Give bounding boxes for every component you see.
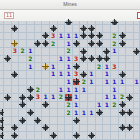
mine-icon bbox=[43, 33, 48, 38]
cell-r9c13[interactable] bbox=[96, 86, 104, 94]
cell-r15c2[interactable] bbox=[12, 132, 20, 140]
cell-number: 2 bbox=[120, 94, 124, 100]
cell-r8c16[interactable]: 1 bbox=[119, 79, 127, 87]
cell-r14c6[interactable] bbox=[42, 125, 50, 133]
cell-r5c17[interactable] bbox=[126, 56, 134, 64]
cell-number: 2 bbox=[59, 94, 63, 100]
cell-number: 2 bbox=[66, 110, 70, 116]
cell-r6c2[interactable] bbox=[12, 63, 20, 71]
cell-r12c18[interactable] bbox=[134, 109, 140, 117]
cell-r14c8[interactable] bbox=[58, 125, 66, 133]
cell-r12c11[interactable]: 1 bbox=[80, 109, 88, 117]
mine-icon bbox=[35, 118, 40, 123]
mine-icon bbox=[0, 110, 3, 115]
cell-number: 1 bbox=[74, 94, 78, 100]
cell-r13c6[interactable] bbox=[42, 117, 50, 125]
cell-r15c18[interactable] bbox=[134, 132, 140, 140]
cell-r5c18[interactable] bbox=[134, 56, 140, 64]
cell-r6c3[interactable] bbox=[19, 63, 27, 71]
cell-r13c2[interactable] bbox=[12, 117, 20, 125]
cell-r15c14[interactable] bbox=[103, 132, 111, 140]
cell-r12c13[interactable] bbox=[96, 109, 104, 117]
cell-number: 2 bbox=[112, 102, 116, 108]
cell-number: 1 bbox=[105, 79, 109, 85]
minesweeper-board[interactable]: 3111221232121211311121311131112111112111… bbox=[0, 21, 140, 140]
cell-r12c1[interactable] bbox=[4, 109, 12, 117]
mine-icon bbox=[28, 87, 33, 92]
cell-r4c15[interactable]: 1 bbox=[111, 48, 119, 56]
cell-r13c9[interactable] bbox=[65, 117, 73, 125]
cell-r8c3[interactable] bbox=[19, 79, 27, 87]
cell-r2c17[interactable] bbox=[126, 33, 134, 41]
cell-number: 3 bbox=[36, 94, 40, 100]
cell-r4c14[interactable] bbox=[103, 48, 111, 56]
cell-r9c18[interactable] bbox=[134, 86, 140, 94]
cell-r9c12[interactable] bbox=[88, 86, 96, 94]
cell-r1c1[interactable] bbox=[4, 25, 12, 33]
cell-r13c4[interactable] bbox=[27, 117, 35, 125]
cell-number: 3 bbox=[74, 71, 78, 77]
cell-r11c4[interactable] bbox=[27, 102, 35, 110]
cell-r11c7[interactable] bbox=[50, 102, 58, 110]
cell-number: 1 bbox=[112, 48, 116, 54]
cell-r15c5[interactable] bbox=[35, 132, 43, 140]
cell-r11c5[interactable] bbox=[35, 102, 43, 110]
cell-r7c1[interactable] bbox=[4, 71, 12, 79]
mine-icon bbox=[104, 49, 109, 54]
cell-number: 1 bbox=[66, 64, 70, 70]
cell-r5c5[interactable] bbox=[35, 56, 43, 64]
cell-r15c13[interactable] bbox=[96, 132, 104, 140]
mine-icon bbox=[89, 133, 94, 138]
cell-r12c12[interactable]: 1 bbox=[88, 109, 96, 117]
cell-r10c18[interactable] bbox=[134, 94, 140, 102]
mine-icon bbox=[97, 41, 102, 46]
cell-r8c7[interactable] bbox=[50, 79, 58, 87]
cell-r2c3[interactable] bbox=[19, 33, 27, 41]
mine-icon bbox=[97, 56, 102, 61]
cell-r3c16[interactable] bbox=[119, 40, 127, 48]
cell-r7c6[interactable] bbox=[42, 71, 50, 79]
cell-r14c1[interactable] bbox=[4, 125, 12, 133]
cell-number: 1 bbox=[66, 71, 70, 77]
cell-number: 1 bbox=[105, 71, 109, 77]
cell-r6c5[interactable] bbox=[35, 63, 43, 71]
cell-r13c14[interactable] bbox=[103, 117, 111, 125]
cell-r14c2[interactable] bbox=[12, 125, 20, 133]
cell-r13c11[interactable] bbox=[80, 117, 88, 125]
cell-r5c6[interactable] bbox=[42, 56, 50, 64]
cell-r1c18[interactable] bbox=[134, 25, 140, 33]
cell-number: 1 bbox=[66, 41, 70, 47]
cell-r8c4[interactable] bbox=[27, 79, 35, 87]
cell-r10c8[interactable]: 2 bbox=[58, 94, 66, 102]
cell-r12c4[interactable] bbox=[27, 109, 35, 117]
cell-r2c11[interactable] bbox=[80, 33, 88, 41]
mine-icon bbox=[89, 26, 94, 31]
cell-r2c8[interactable]: 1 bbox=[58, 33, 66, 41]
cell-r7c5[interactable] bbox=[35, 71, 43, 79]
cell-r4c11[interactable] bbox=[80, 48, 88, 56]
mine-icon bbox=[127, 95, 132, 100]
mine-icon bbox=[12, 72, 17, 77]
mine-icon bbox=[0, 125, 3, 130]
mine-icon bbox=[81, 56, 86, 61]
cell-r3c13[interactable] bbox=[96, 40, 104, 48]
cell-r8c12[interactable]: 1 bbox=[88, 79, 96, 87]
cell-r8c6[interactable] bbox=[42, 79, 50, 87]
cell-r6c1[interactable] bbox=[4, 63, 12, 71]
cell-r9c3[interactable] bbox=[19, 86, 27, 94]
cell-r2c16[interactable] bbox=[119, 33, 127, 41]
cell-r15c9[interactable] bbox=[65, 132, 73, 140]
cell-r11c13[interactable]: 1 bbox=[96, 102, 104, 110]
mine-icon bbox=[81, 33, 86, 38]
mine-icon bbox=[127, 110, 132, 115]
cell-r15c11[interactable] bbox=[80, 132, 88, 140]
mine-icon bbox=[74, 64, 79, 69]
cell-r4c12[interactable] bbox=[88, 48, 96, 56]
cell-r15c16[interactable] bbox=[119, 132, 127, 140]
cell-r13c18[interactable] bbox=[134, 117, 140, 125]
cell-r8c2[interactable] bbox=[12, 79, 20, 87]
cell-r13c7[interactable] bbox=[50, 117, 58, 125]
cell-r1c17[interactable] bbox=[126, 25, 134, 33]
cell-r8c1[interactable] bbox=[4, 79, 12, 87]
cell-r3c17[interactable] bbox=[126, 40, 134, 48]
cell-r2c10[interactable]: 1 bbox=[73, 33, 81, 41]
cell-r11c18[interactable] bbox=[134, 102, 140, 110]
mine-icon bbox=[81, 49, 86, 54]
mine-icon bbox=[120, 110, 125, 115]
cell-r2c4[interactable] bbox=[27, 33, 35, 41]
cell-r4c5[interactable] bbox=[35, 48, 43, 56]
mine-icon bbox=[35, 41, 40, 46]
cell-r2c18[interactable] bbox=[134, 33, 140, 41]
mine-icon bbox=[43, 102, 48, 107]
cell-r12c16[interactable] bbox=[119, 109, 127, 117]
cell-number: 1 bbox=[89, 71, 93, 77]
cell-r10c5[interactable]: 3 bbox=[35, 94, 43, 102]
cell-r8c17[interactable] bbox=[126, 79, 134, 87]
cell-number: 1 bbox=[74, 33, 78, 39]
cell-r13c1[interactable] bbox=[4, 117, 12, 125]
cell-r7c17[interactable] bbox=[126, 71, 134, 79]
cell-r13c12[interactable] bbox=[88, 117, 96, 125]
cell-r12c3[interactable] bbox=[19, 109, 27, 117]
cell-r1c2[interactable] bbox=[12, 25, 20, 33]
cell-number: 1 bbox=[51, 94, 55, 100]
cell-r15c8[interactable] bbox=[58, 132, 66, 140]
cell-number: 3 bbox=[74, 56, 78, 62]
cell-r15c10[interactable] bbox=[73, 132, 81, 140]
cell-number: 3 bbox=[51, 33, 55, 39]
cell-r12c8[interactable] bbox=[58, 109, 66, 117]
mine-icon bbox=[74, 41, 79, 46]
cell-r10c1[interactable] bbox=[4, 94, 12, 102]
mine-icon bbox=[0, 133, 3, 138]
cell-r10c17[interactable] bbox=[126, 94, 134, 102]
cell-number: 3 bbox=[13, 48, 17, 54]
cell-r13c13[interactable] bbox=[96, 117, 104, 125]
cell-r11c2[interactable] bbox=[12, 102, 20, 110]
cell-r10c6[interactable]: 1 bbox=[42, 94, 50, 102]
cell-r12c14[interactable] bbox=[103, 109, 111, 117]
cell-r6c16[interactable] bbox=[119, 63, 127, 71]
cell-r11c15[interactable]: 2 bbox=[111, 102, 119, 110]
cell-number: 1 bbox=[120, 79, 124, 85]
window-title: Mines bbox=[63, 0, 76, 9]
cell-r14c12[interactable] bbox=[88, 125, 96, 133]
cell-r4c6[interactable] bbox=[42, 48, 50, 56]
cell-r10c2[interactable] bbox=[12, 94, 20, 102]
cell-r10c7[interactable]: 1 bbox=[50, 94, 58, 102]
cell-r3c14[interactable] bbox=[103, 40, 111, 48]
cell-number: 3 bbox=[112, 64, 116, 70]
cell-number: 2 bbox=[112, 41, 116, 47]
cell-r4c16[interactable] bbox=[119, 48, 127, 56]
cell-r8c13[interactable] bbox=[96, 79, 104, 87]
cell-r13c15[interactable] bbox=[111, 117, 119, 125]
cell-r2c14[interactable] bbox=[103, 33, 111, 41]
cell-number: 1 bbox=[105, 102, 109, 108]
gold-mine-icon bbox=[12, 41, 17, 46]
cell-r14c16[interactable] bbox=[119, 125, 127, 133]
cell-r3c11[interactable] bbox=[80, 40, 88, 48]
cell-r14c9[interactable] bbox=[65, 125, 73, 133]
cell-r5c12[interactable] bbox=[88, 56, 96, 64]
mine-icon bbox=[89, 33, 94, 38]
mine-icon bbox=[12, 125, 17, 130]
cell-number: 1 bbox=[74, 110, 78, 116]
cell-r1c16[interactable] bbox=[119, 25, 127, 33]
cell-r1c14[interactable] bbox=[103, 25, 111, 33]
cell-r7c2[interactable] bbox=[12, 71, 20, 79]
cell-r12c2[interactable] bbox=[12, 109, 20, 117]
cell-r15c3[interactable] bbox=[19, 132, 27, 140]
cell-r14c13[interactable] bbox=[96, 125, 104, 133]
cell-r15c15[interactable] bbox=[111, 132, 119, 140]
cell-r14c3[interactable] bbox=[19, 125, 27, 133]
cell-r6c17[interactable] bbox=[126, 63, 134, 71]
cell-r7c8[interactable]: 1 bbox=[58, 71, 66, 79]
cell-number: 1 bbox=[134, 79, 138, 85]
cell-r2c6[interactable] bbox=[42, 33, 50, 41]
mine-icon bbox=[120, 33, 125, 38]
cell-r2c13[interactable] bbox=[96, 33, 104, 41]
cell-number: 1 bbox=[74, 87, 78, 93]
cell-number: 2 bbox=[66, 48, 70, 54]
cell-r5c8[interactable]: 1 bbox=[58, 56, 66, 64]
cell-r13c10[interactable] bbox=[73, 117, 81, 125]
cell-r14c4[interactable] bbox=[27, 125, 35, 133]
cell-r9c2[interactable] bbox=[12, 86, 20, 94]
cell-r12c7[interactable] bbox=[50, 109, 58, 117]
mine-icon bbox=[51, 26, 56, 31]
cell-r11c6[interactable] bbox=[42, 102, 50, 110]
cell-r12c10[interactable]: 1 bbox=[73, 109, 81, 117]
cell-r10c16[interactable]: 2 bbox=[119, 94, 127, 102]
cell-r1c4[interactable] bbox=[27, 25, 35, 33]
cell-r2c1[interactable] bbox=[4, 33, 12, 41]
cell-r13c17[interactable] bbox=[126, 117, 134, 125]
cell-r5c11[interactable] bbox=[80, 56, 88, 64]
cell-r9c1[interactable] bbox=[4, 86, 12, 94]
cell-number: 1 bbox=[28, 64, 32, 70]
cell-number: 2 bbox=[21, 48, 25, 54]
cell-r7c3[interactable] bbox=[19, 71, 27, 79]
mines-window: Mines 11 3111221232121211311121311131112… bbox=[0, 0, 140, 140]
cell-r6c13[interactable]: 2 bbox=[96, 63, 104, 71]
cell-number: 1 bbox=[89, 110, 93, 116]
cell-r12c17[interactable] bbox=[126, 109, 134, 117]
cell-r13c8[interactable] bbox=[58, 117, 66, 125]
cell-r3c18[interactable] bbox=[134, 40, 140, 48]
mine-icon bbox=[51, 133, 56, 138]
mine-counter: 11 bbox=[4, 12, 14, 19]
cell-r3c1[interactable] bbox=[4, 40, 12, 48]
cell-r1c12[interactable] bbox=[88, 25, 96, 33]
cell-r4c18[interactable] bbox=[134, 48, 140, 56]
mine-icon bbox=[89, 41, 94, 46]
cell-r11c3[interactable] bbox=[19, 102, 27, 110]
cell-r12c9[interactable]: 2 bbox=[65, 109, 73, 117]
cell-r4c1[interactable] bbox=[4, 48, 12, 56]
cell-r3c5[interactable] bbox=[35, 40, 43, 48]
cell-r11c14[interactable]: 1 bbox=[103, 102, 111, 110]
mine-icon bbox=[120, 102, 125, 107]
cell-r1c3[interactable] bbox=[19, 25, 27, 33]
mine-icon bbox=[127, 125, 132, 130]
cell-r1c6[interactable] bbox=[42, 25, 50, 33]
cell-r11c1[interactable] bbox=[4, 102, 12, 110]
cell-r6c15[interactable]: 3 bbox=[111, 63, 119, 71]
cell-r15c12[interactable] bbox=[88, 132, 96, 140]
cell-r14c14[interactable] bbox=[103, 125, 111, 133]
cell-r10c4[interactable] bbox=[27, 94, 35, 102]
cell-number: 1 bbox=[105, 64, 109, 70]
cell-r9c9[interactable]: 1 bbox=[65, 86, 73, 94]
cell-r11c17[interactable] bbox=[126, 102, 134, 110]
cell-r11c8[interactable] bbox=[58, 102, 66, 110]
cell-r4c13[interactable] bbox=[96, 48, 104, 56]
cell-r15c1[interactable] bbox=[4, 132, 12, 140]
cell-r5c1[interactable] bbox=[4, 56, 12, 64]
cell-r2c5[interactable] bbox=[35, 33, 43, 41]
cell-r5c2[interactable] bbox=[12, 56, 20, 64]
cell-r15c7[interactable] bbox=[50, 132, 58, 140]
cell-r12c6[interactable] bbox=[42, 109, 50, 117]
cell-r1c5[interactable] bbox=[35, 25, 43, 33]
cell-number: 1 bbox=[59, 56, 63, 62]
mine-icon bbox=[43, 41, 48, 46]
cell-number: 1 bbox=[112, 79, 116, 85]
cell-r5c16[interactable] bbox=[119, 56, 127, 64]
mine-icon bbox=[28, 110, 33, 115]
cell-r13c16[interactable] bbox=[119, 117, 127, 125]
cell-r3c8[interactable] bbox=[58, 40, 66, 48]
mine-icon bbox=[28, 95, 33, 100]
cell-r14c11[interactable] bbox=[80, 125, 88, 133]
cell-r12c5[interactable] bbox=[35, 109, 43, 117]
cell-r4c3[interactable]: 2 bbox=[19, 48, 27, 56]
mine-icon bbox=[20, 118, 25, 123]
cell-r8c14[interactable]: 1 bbox=[103, 79, 111, 87]
cell-number: 1 bbox=[59, 33, 63, 39]
cell-r14c10[interactable] bbox=[73, 125, 81, 133]
mine-icon bbox=[81, 72, 86, 77]
cell-number: 2 bbox=[28, 56, 32, 62]
cell-r7c7[interactable]: 1 bbox=[50, 71, 58, 79]
cell-r11c16[interactable] bbox=[119, 102, 127, 110]
cell-r6c11[interactable] bbox=[80, 63, 88, 71]
cell-r2c2[interactable] bbox=[12, 33, 20, 41]
cell-r4c7[interactable] bbox=[50, 48, 58, 56]
cell-r3c10[interactable] bbox=[73, 40, 81, 48]
mine-icon bbox=[20, 102, 25, 107]
cell-number: 1 bbox=[82, 110, 86, 116]
cell-r3c7[interactable]: 2 bbox=[50, 40, 58, 48]
cell-r6c4[interactable]: 1 bbox=[27, 63, 35, 71]
cell-r10c11[interactable] bbox=[80, 94, 88, 102]
cell-r13c5[interactable] bbox=[35, 117, 43, 125]
cell-number: 1 bbox=[74, 102, 78, 108]
mine-icon bbox=[134, 49, 139, 54]
cell-r7c4[interactable] bbox=[27, 71, 35, 79]
cell-number: 2 bbox=[97, 64, 101, 70]
cell-r15c6[interactable] bbox=[42, 132, 50, 140]
cell-r7c10[interactable]: 3 bbox=[73, 71, 81, 79]
cell-r10c3[interactable] bbox=[19, 94, 27, 102]
cell-r5c10[interactable]: 3 bbox=[73, 56, 81, 64]
cell-number: 1 bbox=[59, 87, 63, 93]
cell-r14c7[interactable] bbox=[50, 125, 58, 133]
cell-r8c18[interactable]: 1 bbox=[134, 79, 140, 87]
cell-r4c2[interactable]: 3 bbox=[12, 48, 20, 56]
cell-r6c6[interactable] bbox=[42, 63, 50, 71]
cell-r5c3[interactable] bbox=[19, 56, 27, 64]
mine-icon bbox=[81, 26, 86, 31]
cell-r9c4[interactable] bbox=[27, 86, 35, 94]
cell-r2c12[interactable] bbox=[88, 33, 96, 41]
cell-number: 2 bbox=[112, 33, 116, 39]
cell-r3c6[interactable] bbox=[42, 40, 50, 48]
cell-r9c17[interactable] bbox=[126, 86, 134, 94]
cell-number: 1 bbox=[43, 94, 47, 100]
cell-r1c11[interactable] bbox=[80, 25, 88, 33]
cell-r9c11[interactable]: 1 bbox=[80, 86, 88, 94]
title-bar[interactable]: Mines bbox=[0, 0, 140, 10]
cell-r14c5[interactable] bbox=[35, 125, 43, 133]
cell-r6c18[interactable] bbox=[134, 63, 140, 71]
cell-r14c15[interactable] bbox=[111, 125, 119, 133]
cell-number: 2 bbox=[82, 79, 86, 85]
cell-r10c12[interactable] bbox=[88, 94, 96, 102]
cell-r1c13[interactable] bbox=[96, 25, 104, 33]
cell-r3c12[interactable] bbox=[88, 40, 96, 48]
exploded-mine-icon bbox=[66, 95, 71, 100]
cell-r15c17[interactable] bbox=[126, 132, 134, 140]
cell-r13c3[interactable] bbox=[19, 117, 27, 125]
cell-number: 2 bbox=[36, 87, 40, 93]
cell-r14c18[interactable] bbox=[134, 125, 140, 133]
cell-r15c4[interactable] bbox=[27, 132, 35, 140]
cell-r4c17[interactable] bbox=[126, 48, 134, 56]
cell-r12c15[interactable] bbox=[111, 109, 119, 117]
cell-r14c17[interactable] bbox=[126, 125, 134, 133]
mine-icon bbox=[20, 95, 25, 100]
cell-r7c13[interactable] bbox=[96, 71, 104, 79]
